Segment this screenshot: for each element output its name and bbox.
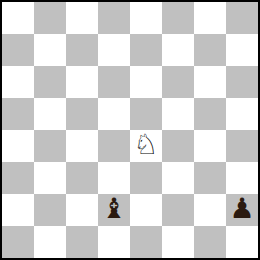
square-d1[interactable] — [98, 226, 130, 258]
piece-black-bishop[interactable]: ♝ — [101, 195, 126, 223]
square-a2[interactable] — [2, 194, 34, 226]
square-a1[interactable] — [2, 226, 34, 258]
square-a6[interactable] — [2, 66, 34, 98]
square-h4[interactable] — [226, 130, 258, 162]
square-h1[interactable] — [226, 226, 258, 258]
square-d3[interactable] — [98, 162, 130, 194]
square-e6[interactable] — [130, 66, 162, 98]
square-g1[interactable] — [194, 226, 226, 258]
square-f7[interactable] — [162, 34, 194, 66]
square-a5[interactable] — [2, 98, 34, 130]
square-g4[interactable] — [194, 130, 226, 162]
square-d7[interactable] — [98, 34, 130, 66]
square-g5[interactable] — [194, 98, 226, 130]
square-b7[interactable] — [34, 34, 66, 66]
square-f2[interactable] — [162, 194, 194, 226]
square-g2[interactable] — [194, 194, 226, 226]
square-d5[interactable] — [98, 98, 130, 130]
square-g6[interactable] — [194, 66, 226, 98]
square-a4[interactable] — [2, 130, 34, 162]
square-g7[interactable] — [194, 34, 226, 66]
square-g3[interactable] — [194, 162, 226, 194]
square-a8[interactable] — [2, 2, 34, 34]
square-e2[interactable] — [130, 194, 162, 226]
square-e4[interactable]: ♘ — [130, 130, 162, 162]
square-h7[interactable] — [226, 34, 258, 66]
square-d2[interactable]: ♝ — [98, 194, 130, 226]
square-f6[interactable] — [162, 66, 194, 98]
square-c2[interactable] — [66, 194, 98, 226]
piece-black-pawn[interactable]: ♟ — [229, 195, 254, 223]
square-d6[interactable] — [98, 66, 130, 98]
square-b5[interactable] — [34, 98, 66, 130]
square-d8[interactable] — [98, 2, 130, 34]
square-h8[interactable] — [226, 2, 258, 34]
square-h2[interactable]: ♟ — [226, 194, 258, 226]
square-f8[interactable] — [162, 2, 194, 34]
square-h6[interactable] — [226, 66, 258, 98]
square-f5[interactable] — [162, 98, 194, 130]
square-c4[interactable] — [66, 130, 98, 162]
square-f3[interactable] — [162, 162, 194, 194]
square-b1[interactable] — [34, 226, 66, 258]
square-d4[interactable] — [98, 130, 130, 162]
square-e5[interactable] — [130, 98, 162, 130]
square-c5[interactable] — [66, 98, 98, 130]
chess-board: ♘♝♟ — [0, 0, 260, 260]
square-e8[interactable] — [130, 2, 162, 34]
square-b3[interactable] — [34, 162, 66, 194]
square-e7[interactable] — [130, 34, 162, 66]
square-c8[interactable] — [66, 2, 98, 34]
square-c1[interactable] — [66, 226, 98, 258]
square-c6[interactable] — [66, 66, 98, 98]
square-h3[interactable] — [226, 162, 258, 194]
square-h5[interactable] — [226, 98, 258, 130]
square-f1[interactable] — [162, 226, 194, 258]
square-c7[interactable] — [66, 34, 98, 66]
square-e1[interactable] — [130, 226, 162, 258]
square-a3[interactable] — [2, 162, 34, 194]
square-f4[interactable] — [162, 130, 194, 162]
square-a7[interactable] — [2, 34, 34, 66]
square-b4[interactable] — [34, 130, 66, 162]
piece-white-knight[interactable]: ♘ — [133, 131, 158, 159]
square-b2[interactable] — [34, 194, 66, 226]
square-c3[interactable] — [66, 162, 98, 194]
square-b6[interactable] — [34, 66, 66, 98]
square-g8[interactable] — [194, 2, 226, 34]
square-e3[interactable] — [130, 162, 162, 194]
square-b8[interactable] — [34, 2, 66, 34]
